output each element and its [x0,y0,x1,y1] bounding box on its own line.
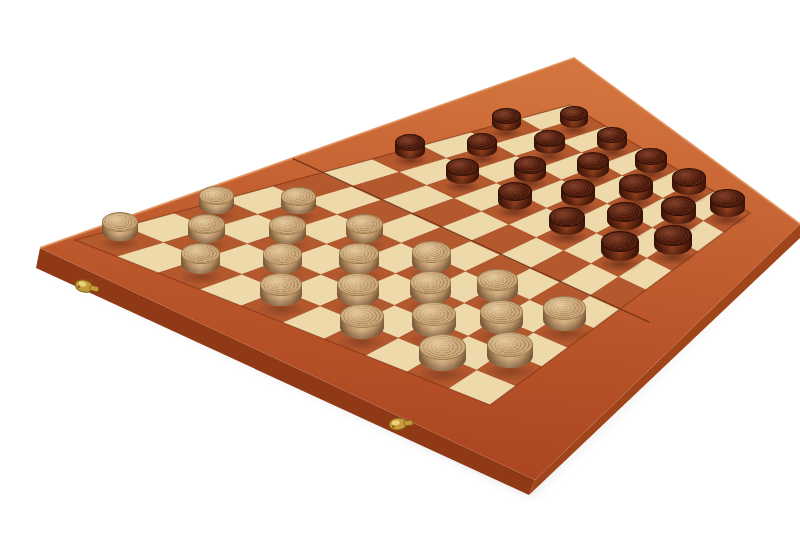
checker-dark[interactable] [710,189,745,226]
piece-top [410,271,451,294]
piece-top [263,243,302,265]
checker-dark[interactable] [395,134,426,167]
piece-top [419,334,465,360]
checker-dark[interactable] [601,231,639,272]
checker-light[interactable] [340,304,384,351]
piece-top [577,152,609,170]
piece-top [543,296,586,320]
piece-top [467,133,497,150]
piece-top [534,130,564,147]
piece-top [188,214,225,234]
piece-top [181,243,220,265]
piece-top [492,108,521,124]
piece-top [260,273,302,296]
checker-dark[interactable] [446,158,478,193]
checker-light[interactable] [102,212,139,251]
piece-top [635,148,667,165]
piece-top [654,225,692,246]
piece-top [619,174,653,193]
piece-top [340,304,384,328]
piece-top [487,332,533,357]
checker-light[interactable] [543,296,586,342]
checker-dark[interactable] [549,207,585,246]
checker-light[interactable] [260,273,302,318]
piece-top [395,134,426,151]
piece-top [561,179,595,198]
checker-light[interactable] [487,332,533,381]
piece-top [412,241,451,262]
checker-dark[interactable] [498,182,532,219]
piece-top [269,215,306,235]
checker-light[interactable] [181,243,220,285]
piece-top [607,202,643,222]
piece-top [281,187,316,206]
piece-top [446,158,478,176]
piece-top [480,300,524,324]
checkers-board [0,0,800,533]
piece-top [661,196,696,216]
checker-dark[interactable] [654,225,692,265]
piece-top [337,273,379,296]
piece-top [514,156,546,174]
piece-top [601,231,639,252]
piece-top [339,243,378,265]
piece-top [549,207,585,227]
draughts-board-photo [0,0,800,533]
piece-top [672,168,705,186]
checker-light[interactable] [419,334,465,384]
